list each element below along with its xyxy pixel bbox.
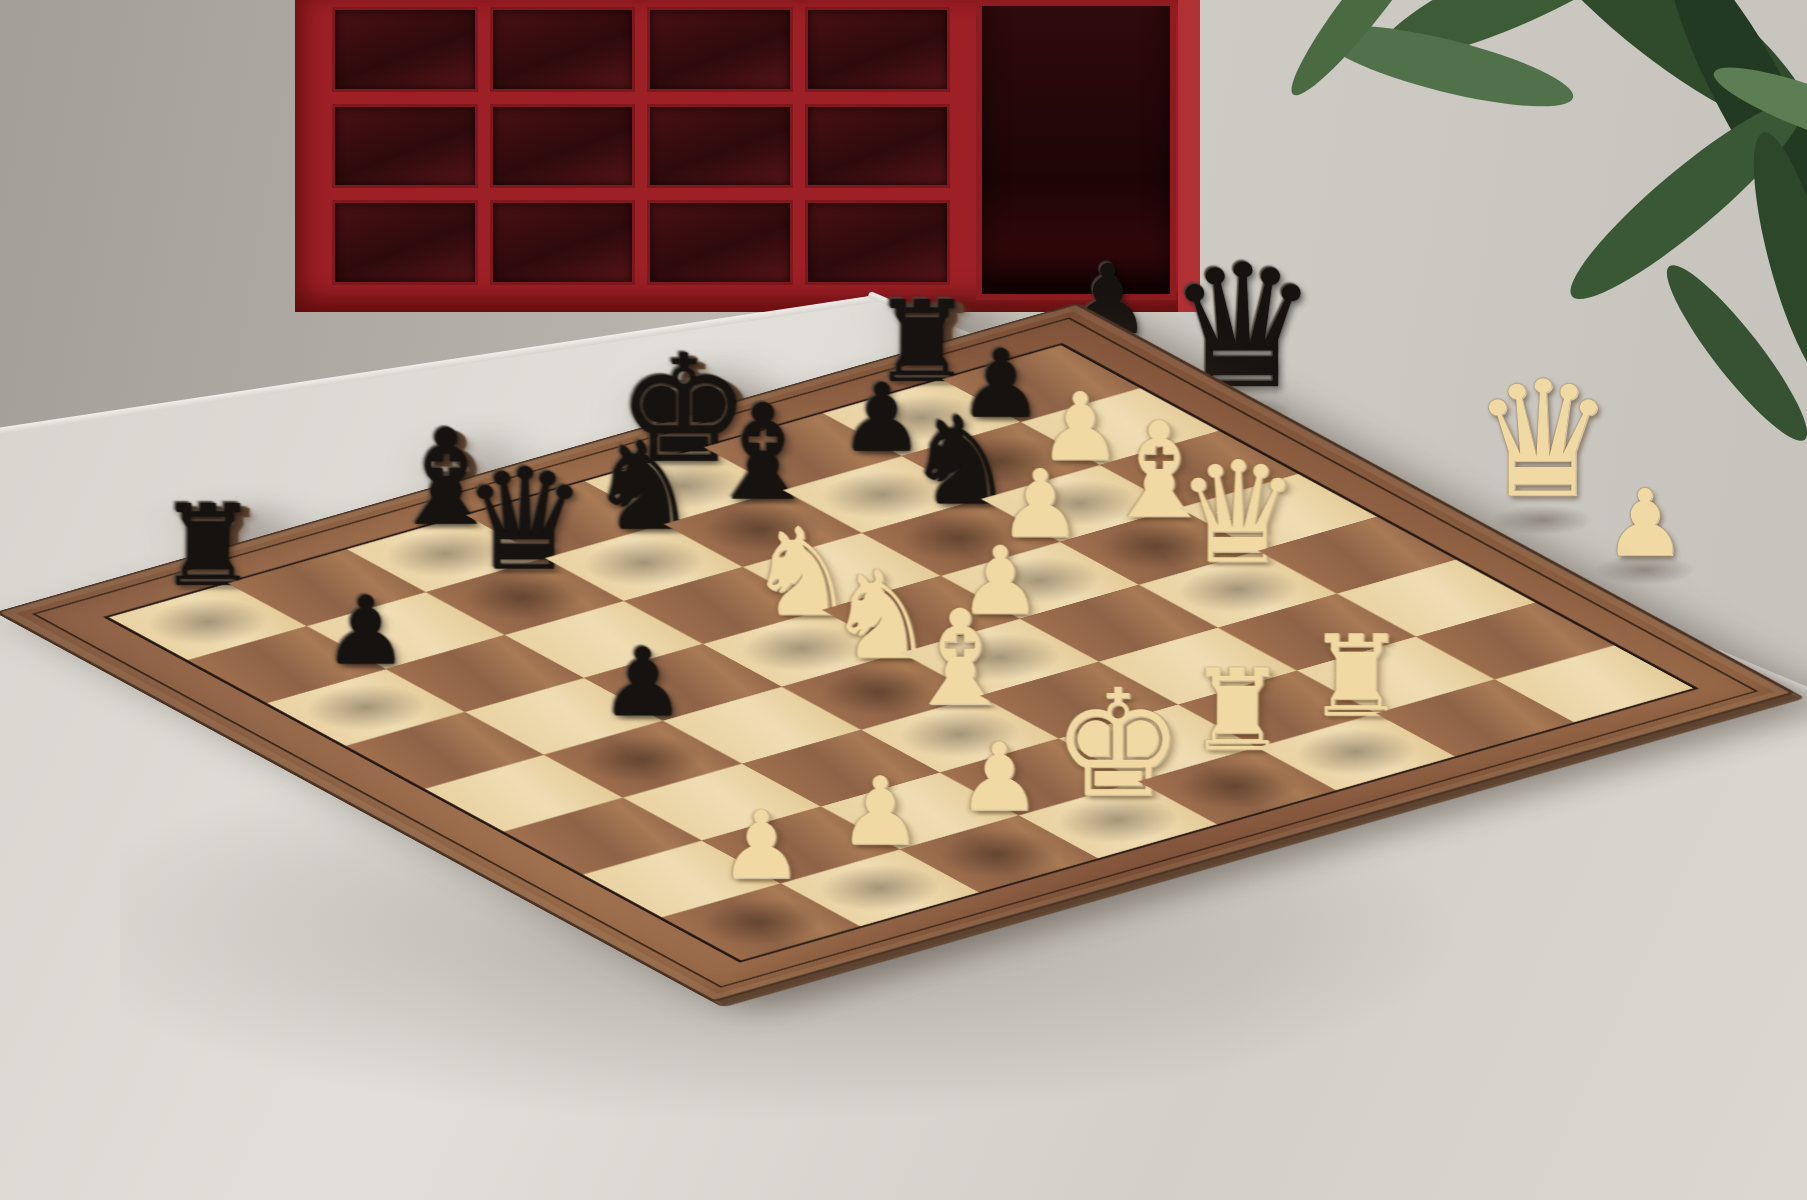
captured-white-pawn[interactable]: ♟ xyxy=(1555,478,1735,570)
chess-photo-scene: ♜♝♚♜♛♞♝♟♟♟♞♟♞♟♝♟♞♟♛♝♟♟♟♚♜♜ ♟♛♛♟ xyxy=(0,0,1807,1200)
